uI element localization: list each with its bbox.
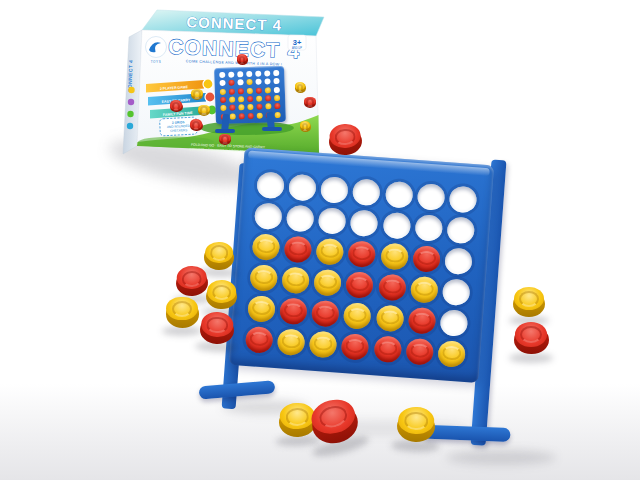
- cell-r5c6-red-checker: [408, 306, 437, 334]
- mini-cell-r2c5: [256, 79, 262, 85]
- cell-r6c6-red-checker: [405, 337, 434, 365]
- mini-board-foot-left: [215, 129, 235, 133]
- box-art-red-checker-1: [170, 102, 183, 113]
- mini-cell-r4c4: [247, 96, 253, 102]
- checker-ring: [200, 106, 207, 115]
- mini-cell-r3c1: [219, 89, 225, 95]
- cell-r6c7-yellow-checker: [438, 340, 467, 368]
- cell-r2c2-empty-slot: [286, 204, 315, 232]
- board-left-foot: [199, 380, 276, 399]
- mini-cell-r5c6: [266, 104, 272, 110]
- checker-ring: [306, 98, 313, 107]
- cell-r1c2-empty-slot: [288, 173, 317, 201]
- cell-r1c3-empty-slot: [320, 176, 349, 204]
- mini-cell-r2c1: [219, 80, 225, 86]
- cell-r5c7-empty-slot: [440, 309, 469, 337]
- cell-r1c7-empty-slot: [449, 185, 478, 213]
- mini-cell-r1c1: [219, 72, 225, 78]
- cell-r1c4-empty-slot: [352, 178, 381, 206]
- mini-cell-r6c4: [248, 113, 254, 119]
- age-badge-text: 3+: [293, 38, 302, 47]
- mini-cell-r1c4: [246, 71, 252, 77]
- cell-r2c3-empty-slot: [318, 206, 347, 234]
- floor-red-checker-8: [308, 400, 362, 448]
- mini-cell-r2c4: [246, 79, 252, 85]
- cell-r3c1-yellow-checker: [251, 233, 280, 261]
- checker-ring: [239, 56, 246, 64]
- cell-r3c3-yellow-checker: [316, 237, 345, 265]
- brand-logo-icon: [146, 37, 167, 58]
- cell-r5c3-red-checker: [311, 299, 340, 327]
- cell-r6c3-yellow-checker: [309, 330, 338, 358]
- side-dot-yellow: [128, 87, 134, 93]
- mini-cell-r1c7: [274, 70, 280, 76]
- checker-ring: [192, 121, 200, 130]
- floor-yellow-checker-10: [513, 291, 545, 317]
- floor-red-checker-6: [199, 315, 234, 345]
- box-art-red-checker-7: [304, 98, 316, 108]
- mini-cell-r5c5: [256, 104, 262, 110]
- checker-ring: [285, 407, 309, 426]
- mini-cell-r5c3: [238, 105, 244, 111]
- side-dot-blue: [127, 123, 133, 129]
- cell-r6c4-red-checker: [341, 332, 370, 360]
- cell-r4c3-yellow-checker: [313, 268, 342, 296]
- cell-r2c5-empty-slot: [382, 211, 411, 239]
- mini-cell-r3c6: [265, 87, 271, 93]
- mini-cell-r5c2: [229, 105, 235, 111]
- checker-ring: [302, 123, 309, 131]
- mini-cell-r3c3: [238, 88, 244, 94]
- cell-r1c6-empty-slot: [417, 183, 446, 211]
- mini-cell-r1c3: [237, 71, 243, 77]
- mini-cell-r6c2: [229, 113, 235, 119]
- mini-cell-r6c3: [238, 113, 244, 119]
- ribbon-1-icon: [203, 79, 213, 89]
- box-art-red-checker-5: [219, 135, 231, 145]
- board-grid: [242, 168, 481, 370]
- checker-ring: [297, 84, 304, 92]
- product-photo: CONNECT 4 CONNECT 4 TOYS CONNECT 4 COME …: [0, 0, 640, 480]
- cell-r5c4-yellow-checker: [343, 302, 372, 330]
- board-frame: [229, 147, 494, 383]
- side-dot-purple: [128, 99, 134, 105]
- cell-r1c1-empty-slot: [256, 171, 285, 199]
- mini-cell-r4c3: [238, 96, 244, 102]
- cell-r6c2-yellow-checker: [277, 328, 306, 356]
- brand-logo-text: TOYS: [151, 60, 162, 64]
- mini-cell-r4c6: [265, 95, 271, 101]
- mini-board-foot-right: [262, 127, 282, 131]
- checker-ring: [193, 90, 200, 99]
- floor-yellow-checker-4: [205, 284, 237, 310]
- box-art-red-checker-9: [237, 55, 248, 64]
- cell-r3c4-red-checker: [348, 240, 377, 268]
- mini-cell-r3c4: [247, 88, 253, 94]
- mini-cell-r1c5: [255, 71, 261, 77]
- checker-ring: [221, 135, 228, 144]
- right-foot-shadow: [446, 450, 556, 465]
- floor-red-checker-11: [514, 326, 549, 355]
- cell-r4c7-empty-slot: [442, 278, 471, 306]
- cell-r3c5-yellow-checker: [380, 242, 409, 270]
- cell-r4c6-yellow-checker: [410, 275, 439, 303]
- side-dot-green: [127, 111, 133, 117]
- cell-r3c6-red-checker: [412, 244, 441, 272]
- box-art-yellow-checker-6: [295, 83, 306, 92]
- mini-cell-r1c2: [228, 72, 234, 78]
- checker-ring: [172, 102, 180, 111]
- cell-r3c7-empty-slot: [444, 247, 473, 275]
- cell-r5c2-red-checker: [279, 297, 308, 325]
- cell-r3c2-red-checker: [283, 235, 312, 263]
- mini-cell-r5c1: [220, 105, 226, 111]
- cell-r2c1-empty-slot: [254, 202, 283, 230]
- cell-r5c1-yellow-checker: [247, 294, 276, 322]
- floor-yellow-checker-9: [396, 411, 435, 443]
- cell-r2c7-empty-slot: [447, 216, 476, 244]
- cell-r2c4-empty-slot: [350, 209, 379, 237]
- mini-cell-r2c3: [237, 80, 243, 86]
- board-right-foot: [422, 425, 510, 442]
- connect4-stand: [229, 147, 494, 383]
- mini-cell-r3c5: [256, 87, 262, 93]
- floor-red-checker-3: [175, 269, 208, 297]
- cell-r2c6-empty-slot: [415, 214, 444, 242]
- mini-cell-r6c5: [257, 112, 263, 118]
- floor-red-checker-1: [328, 127, 363, 156]
- cell-r5c5-yellow-checker: [376, 304, 405, 332]
- mini-cell-r6c7: [275, 112, 281, 118]
- checker-ring: [210, 245, 229, 261]
- box-top-title: CONNECT 4: [186, 13, 282, 33]
- box-art-yellow-checker-3: [198, 106, 210, 116]
- mini-cell-r5c7: [275, 103, 281, 109]
- mini-cell-r4c5: [256, 96, 262, 102]
- box-art-yellow-checker-2: [191, 90, 203, 100]
- cell-r4c2-yellow-checker: [281, 266, 310, 294]
- box-art-yellow-checker-8: [300, 122, 311, 131]
- floor-yellow-checker-2: [204, 244, 235, 270]
- mini-cell-r1c6: [264, 70, 270, 76]
- box-art-red-checker-4: [190, 121, 203, 132]
- box-title: CONNECT 4: [168, 35, 301, 63]
- mini-cell-r2c6: [265, 79, 271, 85]
- mini-cell-r4c1: [220, 97, 226, 103]
- mini-cell-r3c2: [228, 88, 234, 94]
- cell-r4c5-red-checker: [378, 273, 407, 301]
- cell-r6c1-red-checker: [244, 325, 273, 353]
- mini-cell-r4c7: [274, 95, 280, 101]
- mini-cell-r2c7: [274, 78, 280, 84]
- mini-cell-r5c4: [247, 104, 253, 110]
- floor-yellow-checker-5: [166, 300, 199, 327]
- checker-ring: [181, 270, 202, 287]
- ribbon-2-icon: [205, 92, 215, 102]
- checker-shadow: [509, 353, 552, 363]
- mini-cell-r3c7: [274, 87, 280, 93]
- mini-cell-r2c2: [228, 80, 234, 86]
- mini-cell-r4c2: [229, 97, 235, 103]
- cell-r4c1-yellow-checker: [249, 264, 278, 292]
- cell-r4c4-red-checker: [346, 271, 375, 299]
- cell-r1c5-empty-slot: [385, 180, 414, 208]
- age-badge-sub: AND UP: [292, 46, 302, 50]
- cell-r6c5-red-checker: [373, 335, 402, 363]
